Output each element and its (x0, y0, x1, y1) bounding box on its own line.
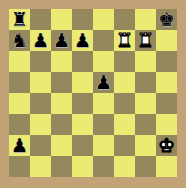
square-d3[interactable] (72, 114, 93, 135)
square-h8[interactable]: ♚ (156, 9, 177, 30)
square-g8[interactable] (135, 9, 156, 30)
square-a4[interactable] (9, 93, 30, 114)
piece-white-rook-f7[interactable]: ♜ (116, 30, 133, 51)
square-c7[interactable]: ♟ (51, 30, 72, 51)
piece-black-pawn-d7[interactable]: ♟ (74, 30, 91, 51)
square-g3[interactable] (135, 114, 156, 135)
square-e8[interactable] (93, 9, 114, 30)
square-c2[interactable] (51, 135, 72, 156)
square-h2[interactable]: ♚ (156, 135, 177, 156)
square-d8[interactable] (72, 9, 93, 30)
piece-black-pawn-a2[interactable]: ♟ (11, 135, 28, 156)
square-h4[interactable] (156, 93, 177, 114)
square-h6[interactable] (156, 51, 177, 72)
square-b6[interactable] (30, 51, 51, 72)
square-c6[interactable] (51, 51, 72, 72)
square-a2[interactable]: ♟ (9, 135, 30, 156)
square-b3[interactable] (30, 114, 51, 135)
square-b5[interactable] (30, 72, 51, 93)
square-g6[interactable] (135, 51, 156, 72)
square-b2[interactable] (30, 135, 51, 156)
square-c3[interactable] (51, 114, 72, 135)
square-c4[interactable] (51, 93, 72, 114)
square-g5[interactable] (135, 72, 156, 93)
square-a7[interactable]: ♞ (9, 30, 30, 51)
square-f5[interactable] (114, 72, 135, 93)
piece-black-king-h8[interactable]: ♚ (158, 9, 175, 30)
square-f2[interactable] (114, 135, 135, 156)
square-f1[interactable] (114, 156, 135, 177)
square-d2[interactable] (72, 135, 93, 156)
piece-black-pawn-b7[interactable]: ♟ (32, 30, 49, 51)
square-g4[interactable] (135, 93, 156, 114)
square-d1[interactable] (72, 156, 93, 177)
square-f3[interactable] (114, 114, 135, 135)
square-b8[interactable] (30, 9, 51, 30)
square-a1[interactable] (9, 156, 30, 177)
square-b7[interactable]: ♟ (30, 30, 51, 51)
square-d5[interactable] (72, 72, 93, 93)
square-d7[interactable]: ♟ (72, 30, 93, 51)
square-d4[interactable] (72, 93, 93, 114)
square-g1[interactable] (135, 156, 156, 177)
square-a5[interactable] (9, 72, 30, 93)
square-h1[interactable] (156, 156, 177, 177)
piece-black-rook-a8[interactable]: ♜ (11, 9, 28, 30)
square-e2[interactable] (93, 135, 114, 156)
square-d6[interactable] (72, 51, 93, 72)
square-a6[interactable] (9, 51, 30, 72)
square-f8[interactable] (114, 9, 135, 30)
square-h3[interactable] (156, 114, 177, 135)
square-e1[interactable] (93, 156, 114, 177)
square-e6[interactable] (93, 51, 114, 72)
chess-board: ♜♚♞♟♟♟♜♜♟♟♚ (9, 9, 177, 177)
square-e4[interactable] (93, 93, 114, 114)
square-b4[interactable] (30, 93, 51, 114)
piece-white-king-h2[interactable]: ♚ (158, 135, 175, 156)
square-g7[interactable]: ♜ (135, 30, 156, 51)
square-c5[interactable] (51, 72, 72, 93)
square-e3[interactable] (93, 114, 114, 135)
square-g2[interactable] (135, 135, 156, 156)
square-f4[interactable] (114, 93, 135, 114)
piece-black-pawn-e5[interactable]: ♟ (95, 72, 112, 93)
square-c8[interactable] (51, 9, 72, 30)
square-e5[interactable]: ♟ (93, 72, 114, 93)
square-h5[interactable] (156, 72, 177, 93)
piece-black-knight-a7[interactable]: ♞ (11, 30, 28, 51)
square-f7[interactable]: ♜ (114, 30, 135, 51)
square-e7[interactable] (93, 30, 114, 51)
square-b1[interactable] (30, 156, 51, 177)
chess-board-frame: ♜♚♞♟♟♟♜♜♟♟♚ (0, 0, 186, 188)
square-a3[interactable] (9, 114, 30, 135)
square-a8[interactable]: ♜ (9, 9, 30, 30)
piece-white-rook-g7[interactable]: ♜ (137, 30, 154, 51)
square-c1[interactable] (51, 156, 72, 177)
piece-black-pawn-c7[interactable]: ♟ (53, 30, 70, 51)
square-f6[interactable] (114, 51, 135, 72)
square-h7[interactable] (156, 30, 177, 51)
